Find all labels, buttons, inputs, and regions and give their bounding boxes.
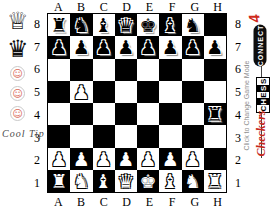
piece-black-pawn: ♟ bbox=[140, 36, 157, 58]
piece-white-king: ♚ bbox=[140, 170, 157, 192]
piece-white-rook: ♜ bbox=[51, 170, 68, 192]
square-c2[interactable]: ♟ bbox=[93, 148, 115, 170]
square-g1[interactable]: ♞ bbox=[182, 170, 204, 192]
square-d7[interactable]: ♟ bbox=[115, 36, 137, 58]
piece-black-bishop: ♝ bbox=[162, 14, 179, 36]
square-b3[interactable] bbox=[70, 125, 92, 147]
square-b4[interactable] bbox=[70, 103, 92, 125]
file-label-e: E bbox=[138, 195, 161, 208]
square-a3[interactable] bbox=[48, 125, 70, 147]
rank-label-1: 1 bbox=[231, 172, 245, 195]
rank-label-4: 4 bbox=[30, 104, 44, 127]
file-label-h: H bbox=[206, 0, 229, 13]
piece-black-rook: ♜ bbox=[51, 14, 68, 36]
square-c6[interactable] bbox=[93, 59, 115, 81]
square-h1[interactable]: ♜ bbox=[204, 170, 226, 192]
piece-black-bishop: ♝ bbox=[95, 14, 112, 36]
square-e4[interactable] bbox=[137, 103, 159, 125]
square-f5[interactable] bbox=[159, 81, 181, 103]
square-c8[interactable]: ♝ bbox=[93, 14, 115, 36]
file-label-b: B bbox=[70, 195, 93, 208]
square-e2[interactable]: ♟ bbox=[137, 148, 159, 170]
square-e8[interactable]: ♚ bbox=[137, 14, 159, 36]
piece-white-rook: ♜ bbox=[206, 170, 223, 192]
piece-black-pawn: ♟ bbox=[51, 36, 68, 58]
chess-logo-letter: H bbox=[257, 98, 269, 105]
square-f7[interactable]: ♟ bbox=[159, 36, 181, 58]
piece-black-pawn: ♟ bbox=[184, 36, 201, 58]
square-h2[interactable] bbox=[204, 148, 226, 170]
square-e6[interactable] bbox=[137, 59, 159, 81]
square-g7[interactable]: ♟ bbox=[182, 36, 204, 58]
mode-hint-label: Click to Change Game Mode bbox=[243, 67, 252, 151]
connect4-logo-text: CONNECT bbox=[257, 25, 264, 67]
rank-label-8: 8 bbox=[30, 13, 44, 36]
square-d6[interactable] bbox=[115, 59, 137, 81]
square-b7[interactable]: ♟ bbox=[70, 36, 92, 58]
square-c4[interactable] bbox=[93, 103, 115, 125]
rank-label-1: 1 bbox=[30, 172, 44, 195]
square-c7[interactable]: ♟ bbox=[93, 36, 115, 58]
smiley-icon-2[interactable]: ☺ bbox=[10, 86, 25, 101]
square-h4[interactable]: ♜ bbox=[204, 103, 226, 125]
square-h8[interactable] bbox=[204, 14, 226, 36]
square-c3[interactable] bbox=[93, 125, 115, 147]
piece-white-pawn: ♟ bbox=[73, 148, 90, 170]
square-d8[interactable]: ♛ bbox=[115, 14, 137, 36]
file-label-c: C bbox=[93, 0, 116, 13]
piece-black-king: ♚ bbox=[140, 14, 157, 36]
file-labels-bottom: ABCDEFGH bbox=[47, 195, 229, 208]
piece-white-knight: ♞ bbox=[73, 170, 90, 192]
square-g2[interactable]: ♟ bbox=[182, 148, 204, 170]
piece-white-bishop: ♝ bbox=[95, 170, 112, 192]
piece-black-pawn: ♟ bbox=[206, 36, 223, 58]
white-queen-icon[interactable]: ♕ bbox=[7, 8, 29, 34]
piece-black-knight: ♞ bbox=[184, 14, 201, 36]
piece-white-bishop: ♝ bbox=[162, 170, 179, 192]
chess-logo-letter: S bbox=[257, 85, 269, 92]
piece-white-pawn: ♟ bbox=[51, 148, 68, 170]
piece-white-pawn: ♟ bbox=[140, 148, 157, 170]
square-e1[interactable]: ♚ bbox=[137, 170, 159, 192]
rank-label-2: 2 bbox=[231, 150, 245, 173]
rank-label-5: 5 bbox=[30, 81, 44, 104]
square-e5[interactable] bbox=[137, 81, 159, 103]
square-a6[interactable] bbox=[48, 59, 70, 81]
chess-board: ♜♞♝♛♚♝♞♟♟♟♟♟♟♟♟♟♜♟♟♟♟♟♟♟♜♞♝♛♚♝♞♜ bbox=[47, 13, 227, 193]
connect4-logo[interactable]: CONNECT bbox=[254, 25, 267, 67]
chess-app-window: ABCDEFGH ABCDEFGH 87654321 87654321 ♜♞♝♛… bbox=[0, 0, 280, 210]
square-e7[interactable]: ♟ bbox=[137, 36, 159, 58]
file-label-d: D bbox=[115, 195, 138, 208]
square-a4[interactable] bbox=[48, 103, 70, 125]
square-h6[interactable] bbox=[204, 59, 226, 81]
checkers-logo[interactable]: Checkers bbox=[254, 109, 269, 159]
piece-black-knight: ♞ bbox=[73, 14, 90, 36]
square-d1[interactable]: ♛ bbox=[115, 170, 137, 192]
connect4-logo-four[interactable]: 4 bbox=[245, 13, 263, 24]
square-d3[interactable] bbox=[115, 125, 137, 147]
square-f6[interactable] bbox=[159, 59, 181, 81]
square-f2[interactable]: ♟ bbox=[159, 148, 181, 170]
square-c5[interactable] bbox=[93, 81, 115, 103]
square-b5[interactable]: ♟ bbox=[70, 81, 92, 103]
file-label-a: A bbox=[47, 195, 70, 208]
square-h3[interactable] bbox=[204, 125, 226, 147]
square-b1[interactable]: ♞ bbox=[70, 170, 92, 192]
square-h5[interactable] bbox=[204, 81, 226, 103]
file-label-b: B bbox=[70, 0, 93, 13]
square-g6[interactable] bbox=[182, 59, 204, 81]
file-label-g: G bbox=[184, 0, 207, 13]
piece-white-pawn: ♟ bbox=[162, 148, 179, 170]
square-a5[interactable] bbox=[48, 81, 70, 103]
rank-label-2: 2 bbox=[30, 150, 44, 173]
piece-white-queen: ♛ bbox=[117, 170, 134, 192]
rank-label-7: 7 bbox=[231, 36, 245, 59]
piece-black-pawn: ♟ bbox=[162, 36, 179, 58]
square-g8[interactable]: ♞ bbox=[182, 14, 204, 36]
chess-logo-letter: E bbox=[257, 92, 269, 99]
piece-black-pawn: ♟ bbox=[73, 36, 90, 58]
square-b2[interactable]: ♟ bbox=[70, 148, 92, 170]
cool-tip-label: Cool Tip bbox=[2, 128, 46, 139]
file-label-f: F bbox=[161, 0, 184, 13]
square-e3[interactable] bbox=[137, 125, 159, 147]
piece-white-pawn: ♟ bbox=[184, 148, 201, 170]
chess-logo-letter: S bbox=[257, 78, 269, 85]
square-f3[interactable] bbox=[159, 125, 181, 147]
square-f4[interactable] bbox=[159, 103, 181, 125]
square-a8[interactable]: ♜ bbox=[48, 14, 70, 36]
square-a1[interactable]: ♜ bbox=[48, 170, 70, 192]
black-queen-icon[interactable]: ♛ bbox=[7, 36, 29, 62]
square-b6[interactable] bbox=[70, 59, 92, 81]
file-label-a: A bbox=[47, 0, 70, 13]
square-g4[interactable] bbox=[182, 103, 204, 125]
file-label-e: E bbox=[138, 0, 161, 13]
piece-white-pawn: ♟ bbox=[95, 148, 112, 170]
smiley-icon-3[interactable]: ☺ bbox=[10, 106, 25, 121]
square-c1[interactable]: ♝ bbox=[93, 170, 115, 192]
piece-black-queen: ♛ bbox=[117, 14, 134, 36]
piece-black-pawn: ♟ bbox=[117, 36, 134, 58]
file-labels-top: ABCDEFGH bbox=[47, 0, 229, 13]
file-label-g: G bbox=[184, 195, 207, 208]
square-d4[interactable] bbox=[115, 103, 137, 125]
piece-white-knight: ♞ bbox=[184, 170, 201, 192]
square-a2[interactable]: ♟ bbox=[48, 148, 70, 170]
square-a7[interactable]: ♟ bbox=[48, 36, 70, 58]
square-d5[interactable] bbox=[115, 81, 137, 103]
smiley-icon-1[interactable]: ☺ bbox=[10, 66, 25, 81]
file-label-d: D bbox=[115, 0, 138, 13]
square-d2[interactable]: ♟ bbox=[115, 148, 137, 170]
piece-black-pawn: ♟ bbox=[95, 36, 112, 58]
rank-labels-left: 87654321 bbox=[30, 13, 44, 195]
rank-label-7: 7 bbox=[30, 36, 44, 59]
square-b8[interactable]: ♞ bbox=[70, 14, 92, 36]
piece-black-rook: ♜ bbox=[206, 103, 223, 125]
square-g5[interactable] bbox=[182, 81, 204, 103]
file-label-f: F bbox=[161, 195, 184, 208]
file-label-h: H bbox=[206, 195, 229, 208]
square-h7[interactable]: ♟ bbox=[204, 36, 226, 58]
square-f1[interactable]: ♝ bbox=[159, 170, 181, 192]
square-f8[interactable]: ♝ bbox=[159, 14, 181, 36]
rank-label-6: 6 bbox=[30, 59, 44, 82]
square-g3[interactable] bbox=[182, 125, 204, 147]
piece-white-pawn: ♟ bbox=[73, 81, 90, 103]
piece-white-pawn: ♟ bbox=[117, 148, 134, 170]
file-label-c: C bbox=[93, 195, 116, 208]
rank-label-8: 8 bbox=[231, 13, 245, 36]
